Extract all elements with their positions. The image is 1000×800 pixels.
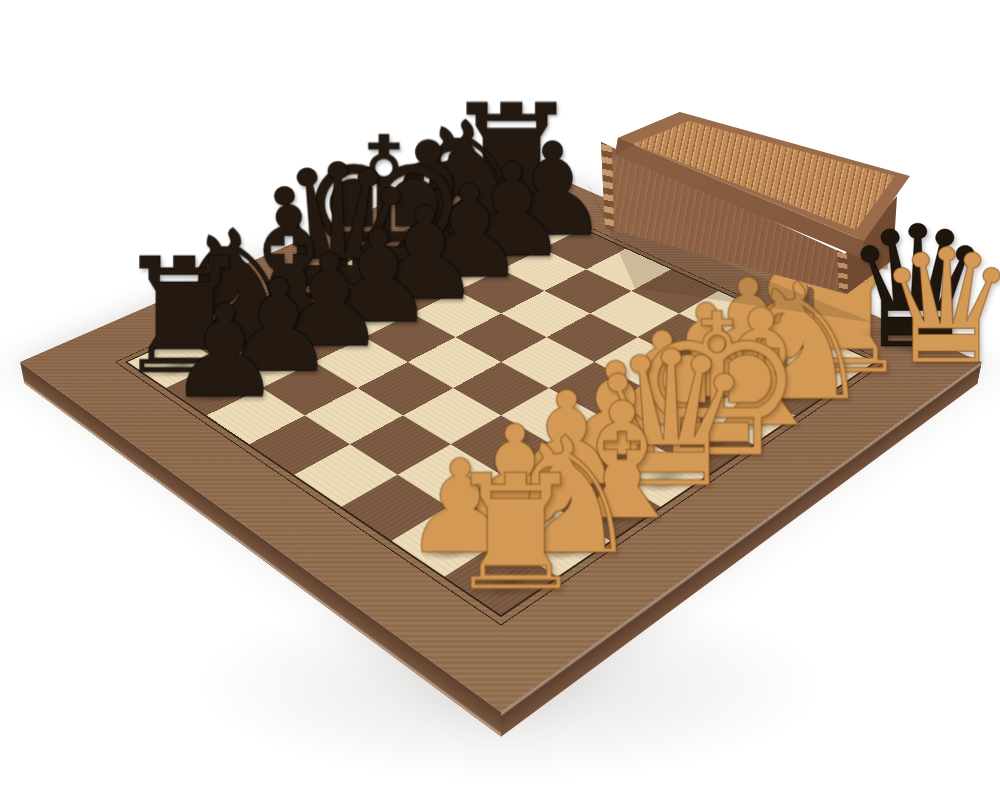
square-a1[interactable]: ♜ [445, 541, 558, 615]
scene: ♜♞♝♛♚♝♞♜♟♟♟♟♟♟♟♟♟♟♟♟♟♟♟♟♜♞♝♛♚♝♞♜ ♛ ♛ [0, 0, 1000, 800]
square-d5[interactable] [408, 337, 501, 388]
storage-box [575, 108, 965, 353]
square-a5[interactable] [249, 415, 350, 474]
rook-glyph: ♜ [444, 454, 587, 613]
